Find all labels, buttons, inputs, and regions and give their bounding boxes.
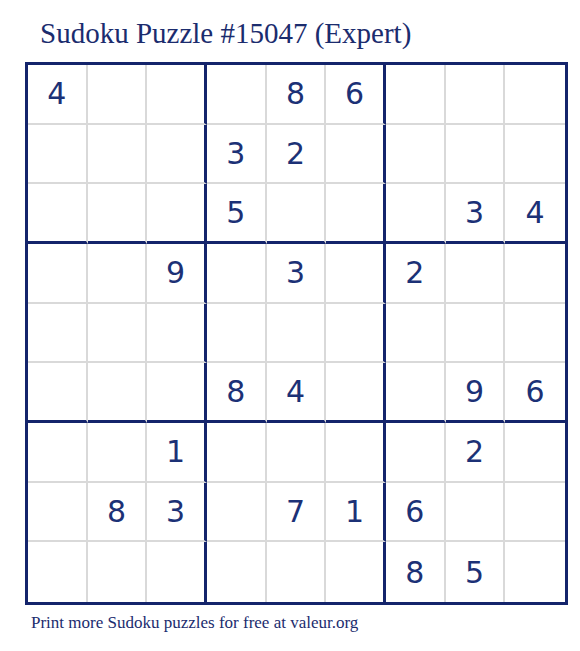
cell-r5c6[interactable]	[326, 304, 386, 364]
cell-r5c1[interactable]	[28, 304, 88, 364]
cell-r1c2[interactable]	[88, 65, 148, 125]
cell-r9c6[interactable]	[326, 542, 386, 602]
cell-r9c4[interactable]	[207, 542, 267, 602]
cell-r3c2[interactable]	[88, 184, 148, 244]
cell-r4c3[interactable]: 9	[147, 244, 207, 304]
cell-r2c6[interactable]	[326, 125, 386, 185]
cell-r5c8[interactable]	[446, 304, 506, 364]
cell-r3c9[interactable]: 4	[505, 184, 565, 244]
cell-r8c8[interactable]	[446, 483, 506, 543]
cell-r4c7[interactable]: 2	[386, 244, 446, 304]
cell-r3c1[interactable]	[28, 184, 88, 244]
cell-r6c8[interactable]: 9	[446, 363, 506, 423]
cell-r9c7[interactable]: 8	[386, 542, 446, 602]
cell-r9c5[interactable]	[267, 542, 327, 602]
cell-r1c9[interactable]	[505, 65, 565, 125]
cell-r9c8[interactable]: 5	[446, 542, 506, 602]
cell-r4c6[interactable]	[326, 244, 386, 304]
cell-r8c6[interactable]: 1	[326, 483, 386, 543]
cell-r9c9[interactable]	[505, 542, 565, 602]
cell-r5c4[interactable]	[207, 304, 267, 364]
cell-r6c5[interactable]: 4	[267, 363, 327, 423]
cell-r1c3[interactable]	[147, 65, 207, 125]
cell-r5c5[interactable]	[267, 304, 327, 364]
cell-r9c2[interactable]	[88, 542, 148, 602]
cell-r3c8[interactable]: 3	[446, 184, 506, 244]
cell-r9c1[interactable]	[28, 542, 88, 602]
cell-r7c4[interactable]	[207, 423, 267, 483]
cell-r5c2[interactable]	[88, 304, 148, 364]
cell-r7c9[interactable]	[505, 423, 565, 483]
cell-r4c8[interactable]	[446, 244, 506, 304]
cell-r6c2[interactable]	[88, 363, 148, 423]
sudoku-board: 486325349328496128371685	[25, 62, 568, 605]
cell-r9c3[interactable]	[147, 542, 207, 602]
cell-r8c7[interactable]: 6	[386, 483, 446, 543]
cell-r8c9[interactable]	[505, 483, 565, 543]
cell-r4c2[interactable]	[88, 244, 148, 304]
cell-r2c2[interactable]	[88, 125, 148, 185]
cell-r8c3[interactable]: 3	[147, 483, 207, 543]
cell-r6c6[interactable]	[326, 363, 386, 423]
cell-r2c3[interactable]	[147, 125, 207, 185]
cell-r6c1[interactable]	[28, 363, 88, 423]
cell-r8c4[interactable]	[207, 483, 267, 543]
cell-r7c7[interactable]	[386, 423, 446, 483]
cell-r2c9[interactable]	[505, 125, 565, 185]
cell-r4c9[interactable]	[505, 244, 565, 304]
cell-r1c4[interactable]	[207, 65, 267, 125]
cell-r7c2[interactable]	[88, 423, 148, 483]
cell-r8c1[interactable]	[28, 483, 88, 543]
cell-r1c7[interactable]	[386, 65, 446, 125]
cell-r1c1[interactable]: 4	[28, 65, 88, 125]
cell-r7c1[interactable]	[28, 423, 88, 483]
cell-r7c5[interactable]	[267, 423, 327, 483]
cell-r2c5[interactable]: 2	[267, 125, 327, 185]
cell-r3c6[interactable]	[326, 184, 386, 244]
cell-r3c3[interactable]	[147, 184, 207, 244]
cell-r6c3[interactable]	[147, 363, 207, 423]
cell-r1c8[interactable]	[446, 65, 506, 125]
cell-r4c5[interactable]: 3	[267, 244, 327, 304]
cell-r4c4[interactable]	[207, 244, 267, 304]
footer-text: Print more Sudoku puzzles for free at va…	[31, 613, 358, 633]
cell-r1c5[interactable]: 8	[267, 65, 327, 125]
cell-r7c3[interactable]: 1	[147, 423, 207, 483]
cell-r2c1[interactable]	[28, 125, 88, 185]
cell-r1c6[interactable]: 6	[326, 65, 386, 125]
cell-r8c2[interactable]: 8	[88, 483, 148, 543]
cell-r3c7[interactable]	[386, 184, 446, 244]
page-title: Sudoku Puzzle #15047 (Expert)	[40, 17, 411, 49]
cell-r6c4[interactable]: 8	[207, 363, 267, 423]
cell-r5c7[interactable]	[386, 304, 446, 364]
cell-r5c9[interactable]	[505, 304, 565, 364]
cell-r7c8[interactable]: 2	[446, 423, 506, 483]
cell-r3c4[interactable]: 5	[207, 184, 267, 244]
cell-r2c4[interactable]: 3	[207, 125, 267, 185]
cell-r7c6[interactable]	[326, 423, 386, 483]
cell-r2c8[interactable]	[446, 125, 506, 185]
cell-r2c7[interactable]	[386, 125, 446, 185]
cell-r6c7[interactable]	[386, 363, 446, 423]
cell-r6c9[interactable]: 6	[505, 363, 565, 423]
cell-r4c1[interactable]	[28, 244, 88, 304]
cell-r3c5[interactable]	[267, 184, 327, 244]
cell-r8c5[interactable]: 7	[267, 483, 327, 543]
sudoku-page: Sudoku Puzzle #15047 (Expert) 4863253493…	[0, 0, 580, 651]
cell-r5c3[interactable]	[147, 304, 207, 364]
